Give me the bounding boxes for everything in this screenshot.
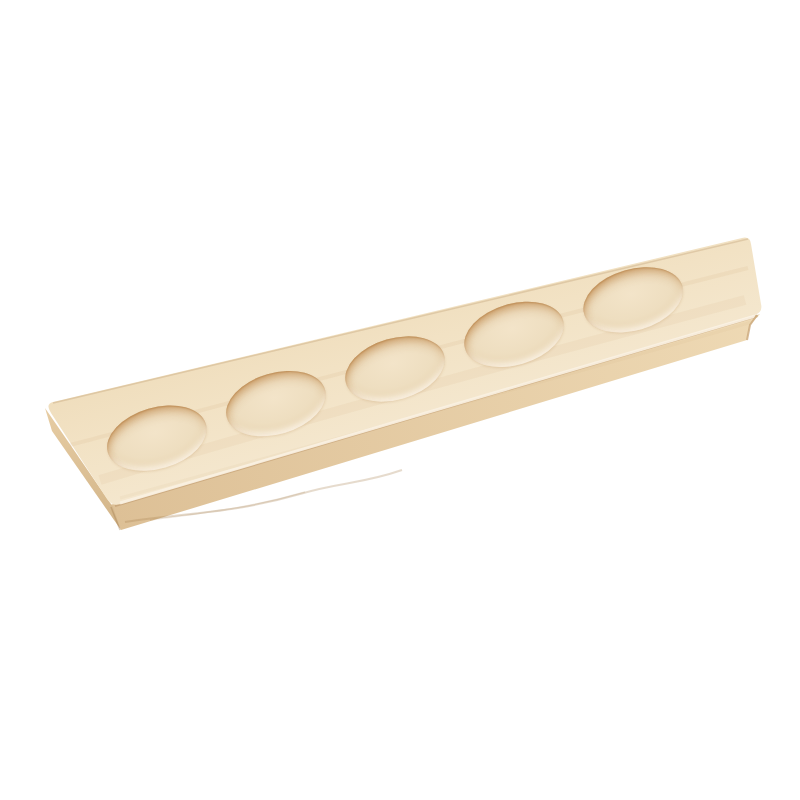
- mancala-board-photo: [0, 0, 800, 800]
